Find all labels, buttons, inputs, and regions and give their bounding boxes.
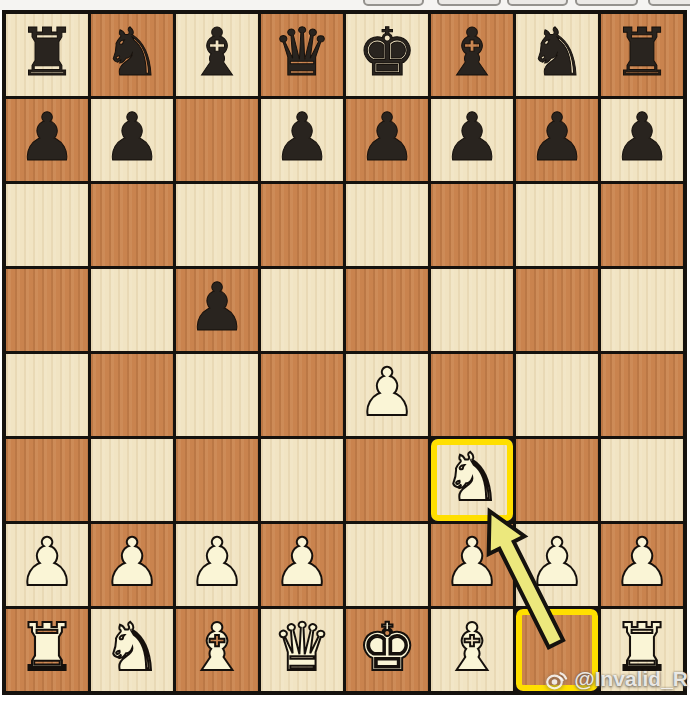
piece-black-pawn[interactable]: ♟: [612, 105, 671, 171]
square-c2[interactable]: ♟: [176, 524, 258, 606]
piece-black-queen[interactable]: ♛: [272, 20, 331, 86]
piece-white-pawn[interactable]: ♟: [612, 530, 671, 596]
square-a7[interactable]: ♟: [6, 99, 88, 181]
piece-white-queen[interactable]: ♛: [272, 615, 331, 681]
square-d6[interactable]: [261, 184, 343, 266]
watermark: @Invalid_R: [545, 667, 688, 691]
toolbar-button-fragment[interactable]: [648, 0, 690, 6]
square-a3[interactable]: [6, 439, 88, 521]
square-b8[interactable]: ♞: [91, 14, 173, 96]
piece-white-rook[interactable]: ♜: [17, 615, 76, 681]
piece-black-pawn[interactable]: ♟: [357, 105, 416, 171]
square-h7[interactable]: ♟: [601, 99, 683, 181]
piece-black-pawn[interactable]: ♟: [442, 105, 501, 171]
square-a2[interactable]: ♟: [6, 524, 88, 606]
piece-black-pawn[interactable]: ♟: [272, 105, 331, 171]
square-c4[interactable]: [176, 354, 258, 436]
square-d2[interactable]: ♟: [261, 524, 343, 606]
square-h8[interactable]: ♜: [601, 14, 683, 96]
square-g7[interactable]: ♟: [516, 99, 598, 181]
square-d4[interactable]: [261, 354, 343, 436]
piece-black-bishop[interactable]: ♝: [442, 20, 501, 86]
square-h4[interactable]: [601, 354, 683, 436]
piece-black-bishop[interactable]: ♝: [187, 20, 246, 86]
piece-black-rook[interactable]: ♜: [612, 20, 671, 86]
piece-white-king[interactable]: ♚: [357, 615, 416, 681]
square-b1[interactable]: ♞: [91, 609, 173, 691]
piece-black-pawn[interactable]: ♟: [102, 105, 161, 171]
square-a1[interactable]: ♜: [6, 609, 88, 691]
piece-white-pawn[interactable]: ♟: [527, 530, 586, 596]
square-e5[interactable]: [346, 269, 428, 351]
square-b3[interactable]: [91, 439, 173, 521]
piece-white-pawn[interactable]: ♟: [442, 530, 501, 596]
square-e8[interactable]: ♚: [346, 14, 428, 96]
square-b2[interactable]: ♟: [91, 524, 173, 606]
square-h5[interactable]: [601, 269, 683, 351]
piece-black-knight[interactable]: ♞: [102, 20, 161, 86]
square-b4[interactable]: [91, 354, 173, 436]
toolbar-button-fragment[interactable]: [437, 0, 501, 6]
square-g4[interactable]: [516, 354, 598, 436]
square-a4[interactable]: [6, 354, 88, 436]
square-a8[interactable]: ♜: [6, 14, 88, 96]
piece-white-pawn[interactable]: ♟: [187, 530, 246, 596]
square-c6[interactable]: [176, 184, 258, 266]
toolbar-button-fragment[interactable]: [575, 0, 638, 6]
piece-white-knight[interactable]: ♞: [442, 445, 501, 511]
square-h3[interactable]: [601, 439, 683, 521]
square-d3[interactable]: [261, 439, 343, 521]
square-h2[interactable]: ♟: [601, 524, 683, 606]
piece-black-rook[interactable]: ♜: [17, 20, 76, 86]
square-e1[interactable]: ♚: [346, 609, 428, 691]
piece-black-pawn[interactable]: ♟: [187, 275, 246, 341]
toolbar-button-fragment[interactable]: [507, 0, 568, 6]
piece-white-bishop[interactable]: ♝: [442, 615, 501, 681]
square-c8[interactable]: ♝: [176, 14, 258, 96]
square-f4[interactable]: [431, 354, 513, 436]
square-c5[interactable]: ♟: [176, 269, 258, 351]
piece-white-knight[interactable]: ♞: [102, 615, 161, 681]
square-g6[interactable]: [516, 184, 598, 266]
piece-black-pawn[interactable]: ♟: [17, 105, 76, 171]
square-g3[interactable]: [516, 439, 598, 521]
square-f8[interactable]: ♝: [431, 14, 513, 96]
square-b6[interactable]: [91, 184, 173, 266]
square-f2[interactable]: ♟: [431, 524, 513, 606]
piece-white-pawn[interactable]: ♟: [272, 530, 331, 596]
square-e6[interactable]: [346, 184, 428, 266]
square-f6[interactable]: [431, 184, 513, 266]
piece-white-pawn[interactable]: ♟: [17, 530, 76, 596]
square-h6[interactable]: [601, 184, 683, 266]
square-f3[interactable]: ♞: [431, 439, 513, 521]
square-c1[interactable]: ♝: [176, 609, 258, 691]
piece-black-king[interactable]: ♚: [357, 20, 416, 86]
square-c3[interactable]: [176, 439, 258, 521]
square-e2[interactable]: [346, 524, 428, 606]
square-e4[interactable]: ♟: [346, 354, 428, 436]
cutoff-toolbar-strip: [0, 0, 690, 10]
square-d7[interactable]: ♟: [261, 99, 343, 181]
square-g8[interactable]: ♞: [516, 14, 598, 96]
square-g5[interactable]: [516, 269, 598, 351]
chess-board: ♜♞♝♛♚♝♞♜♟♟♟♟♟♟♟♟♟♞♟♟♟♟♟♟♟♜♞♝♛♚♝♜: [2, 10, 687, 695]
square-d8[interactable]: ♛: [261, 14, 343, 96]
toolbar-button-fragment[interactable]: [363, 0, 424, 6]
piece-white-pawn[interactable]: ♟: [102, 530, 161, 596]
square-g2[interactable]: ♟: [516, 524, 598, 606]
piece-white-pawn[interactable]: ♟: [357, 360, 416, 426]
square-f7[interactable]: ♟: [431, 99, 513, 181]
square-d5[interactable]: [261, 269, 343, 351]
weibo-eye-icon: [545, 667, 569, 691]
piece-black-pawn[interactable]: ♟: [527, 105, 586, 171]
square-a5[interactable]: [6, 269, 88, 351]
square-e7[interactable]: ♟: [346, 99, 428, 181]
watermark-text: @Invalid_R: [574, 667, 688, 691]
piece-white-bishop[interactable]: ♝: [187, 615, 246, 681]
square-c7[interactable]: [176, 99, 258, 181]
square-f1[interactable]: ♝: [431, 609, 513, 691]
square-a6[interactable]: [6, 184, 88, 266]
square-b5[interactable]: [91, 269, 173, 351]
square-d1[interactable]: ♛: [261, 609, 343, 691]
square-f5[interactable]: [431, 269, 513, 351]
square-b7[interactable]: ♟: [91, 99, 173, 181]
piece-black-knight[interactable]: ♞: [527, 20, 586, 86]
square-e3[interactable]: [346, 439, 428, 521]
